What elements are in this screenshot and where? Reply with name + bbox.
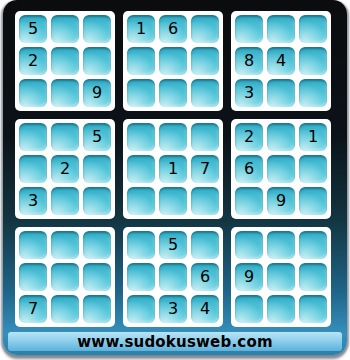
cell-r7c5[interactable]: 5 bbox=[159, 231, 187, 259]
box-8: 5634 bbox=[123, 227, 223, 327]
cell-r5c5[interactable]: 1 bbox=[159, 155, 187, 183]
cell-r6c8[interactable]: 9 bbox=[267, 187, 295, 215]
cell-r2c4[interactable] bbox=[127, 47, 155, 75]
cell-r7c6[interactable] bbox=[191, 231, 219, 259]
cell-r3c3[interactable]: 9 bbox=[83, 79, 111, 107]
cell-r8c3[interactable] bbox=[83, 263, 111, 291]
cell-r6c9[interactable] bbox=[299, 187, 327, 215]
cell-r5c7[interactable]: 6 bbox=[235, 155, 263, 183]
box-1: 529 bbox=[15, 11, 115, 111]
cell-r3c1[interactable] bbox=[19, 79, 47, 107]
cell-r9c2[interactable] bbox=[51, 295, 79, 323]
cell-r3c4[interactable] bbox=[127, 79, 155, 107]
box-9: 9 bbox=[231, 227, 331, 327]
cell-r7c7[interactable] bbox=[235, 231, 263, 259]
cell-r6c4[interactable] bbox=[127, 187, 155, 215]
cell-r8c9[interactable] bbox=[299, 263, 327, 291]
cell-r2c1[interactable]: 2 bbox=[19, 47, 47, 75]
cell-r5c6[interactable]: 7 bbox=[191, 155, 219, 183]
cell-r1c9[interactable] bbox=[299, 15, 327, 43]
cell-r6c6[interactable] bbox=[191, 187, 219, 215]
box-3: 843 bbox=[231, 11, 331, 111]
box-6: 2169 bbox=[231, 119, 331, 219]
cell-r4c5[interactable] bbox=[159, 123, 187, 151]
cell-r8c4[interactable] bbox=[127, 263, 155, 291]
cell-r3c9[interactable] bbox=[299, 79, 327, 107]
cell-r1c2[interactable] bbox=[51, 15, 79, 43]
cell-r5c9[interactable] bbox=[299, 155, 327, 183]
cell-r3c2[interactable] bbox=[51, 79, 79, 107]
cell-r1c4[interactable]: 1 bbox=[127, 15, 155, 43]
cell-r6c5[interactable] bbox=[159, 187, 187, 215]
cell-r4c1[interactable] bbox=[19, 123, 47, 151]
cell-r1c7[interactable] bbox=[235, 15, 263, 43]
sudoku-board: 52916843523172169756349 bbox=[15, 11, 331, 327]
cell-r9c4[interactable] bbox=[127, 295, 155, 323]
cell-r9c9[interactable] bbox=[299, 295, 327, 323]
cell-r5c1[interactable] bbox=[19, 155, 47, 183]
cell-r2c9[interactable] bbox=[299, 47, 327, 75]
cell-r9c1[interactable]: 7 bbox=[19, 295, 47, 323]
cell-r9c3[interactable] bbox=[83, 295, 111, 323]
cell-r5c3[interactable] bbox=[83, 155, 111, 183]
cell-r6c1[interactable]: 3 bbox=[19, 187, 47, 215]
cell-r2c5[interactable] bbox=[159, 47, 187, 75]
cell-r4c2[interactable] bbox=[51, 123, 79, 151]
cell-r5c8[interactable] bbox=[267, 155, 295, 183]
cell-r2c3[interactable] bbox=[83, 47, 111, 75]
box-5: 17 bbox=[123, 119, 223, 219]
box-4: 523 bbox=[15, 119, 115, 219]
cell-r9c7[interactable] bbox=[235, 295, 263, 323]
cell-r7c2[interactable] bbox=[51, 231, 79, 259]
cell-r1c6[interactable] bbox=[191, 15, 219, 43]
cell-r8c6[interactable]: 6 bbox=[191, 263, 219, 291]
cell-r2c2[interactable] bbox=[51, 47, 79, 75]
cell-r2c8[interactable]: 4 bbox=[267, 47, 295, 75]
cell-r4c8[interactable] bbox=[267, 123, 295, 151]
site-url-label: www.sudokusweb.com bbox=[77, 333, 272, 351]
cell-r4c6[interactable] bbox=[191, 123, 219, 151]
cell-r1c8[interactable] bbox=[267, 15, 295, 43]
cell-r1c3[interactable] bbox=[83, 15, 111, 43]
cell-r1c5[interactable]: 6 bbox=[159, 15, 187, 43]
cell-r7c3[interactable] bbox=[83, 231, 111, 259]
cell-r3c5[interactable] bbox=[159, 79, 187, 107]
footer-band: www.sudokusweb.com bbox=[8, 332, 342, 351]
cell-r4c4[interactable] bbox=[127, 123, 155, 151]
cell-r8c5[interactable] bbox=[159, 263, 187, 291]
box-7: 7 bbox=[15, 227, 115, 327]
sudoku-widget: 52916843523172169756349 www.sudokusweb.c… bbox=[0, 0, 350, 360]
cell-r1c1[interactable]: 5 bbox=[19, 15, 47, 43]
cell-r4c7[interactable]: 2 bbox=[235, 123, 263, 151]
cell-r8c1[interactable] bbox=[19, 263, 47, 291]
cell-r3c8[interactable] bbox=[267, 79, 295, 107]
cell-r4c9[interactable]: 1 bbox=[299, 123, 327, 151]
panel-frame: 52916843523172169756349 www.sudokusweb.c… bbox=[3, 0, 347, 355]
cell-r2c6[interactable] bbox=[191, 47, 219, 75]
cell-r7c9[interactable] bbox=[299, 231, 327, 259]
cell-r9c8[interactable] bbox=[267, 295, 295, 323]
cell-r9c5[interactable]: 3 bbox=[159, 295, 187, 323]
cell-r6c2[interactable] bbox=[51, 187, 79, 215]
cell-r5c4[interactable] bbox=[127, 155, 155, 183]
cell-r8c2[interactable] bbox=[51, 263, 79, 291]
cell-r8c8[interactable] bbox=[267, 263, 295, 291]
cell-r3c6[interactable] bbox=[191, 79, 219, 107]
cell-r5c2[interactable]: 2 bbox=[51, 155, 79, 183]
cell-r8c7[interactable]: 9 bbox=[235, 263, 263, 291]
cell-r6c7[interactable] bbox=[235, 187, 263, 215]
cell-r6c3[interactable] bbox=[83, 187, 111, 215]
cell-r7c8[interactable] bbox=[267, 231, 295, 259]
cell-r7c1[interactable] bbox=[19, 231, 47, 259]
cell-r9c6[interactable]: 4 bbox=[191, 295, 219, 323]
cell-r2c7[interactable]: 8 bbox=[235, 47, 263, 75]
cell-r3c7[interactable]: 3 bbox=[235, 79, 263, 107]
cell-r7c4[interactable] bbox=[127, 231, 155, 259]
box-2: 16 bbox=[123, 11, 223, 111]
cell-r4c3[interactable]: 5 bbox=[83, 123, 111, 151]
